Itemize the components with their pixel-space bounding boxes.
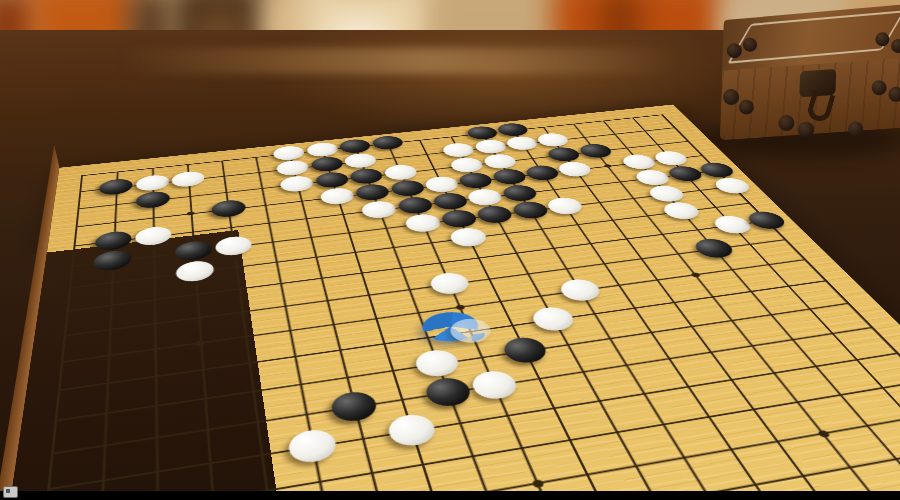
black-stone[interactable] xyxy=(314,171,350,189)
white-stone[interactable] xyxy=(385,412,439,449)
black-stone[interactable] xyxy=(388,179,426,198)
table-highlight xyxy=(120,48,680,74)
star-point xyxy=(455,304,465,310)
wooden-chest[interactable] xyxy=(720,9,900,143)
black-stone[interactable] xyxy=(456,171,495,189)
black-stone[interactable] xyxy=(175,239,213,262)
white-stone[interactable] xyxy=(402,213,443,234)
white-stone[interactable] xyxy=(555,161,595,178)
black-stone[interactable] xyxy=(99,178,133,197)
white-stone[interactable] xyxy=(472,139,509,155)
chest-stud xyxy=(798,121,815,138)
black-stone[interactable] xyxy=(490,168,530,186)
white-stone[interactable] xyxy=(135,225,171,247)
pointer-wedge xyxy=(458,327,487,343)
player-pointer-cursor xyxy=(417,309,483,345)
white-stone[interactable] xyxy=(382,164,419,182)
star-point xyxy=(690,272,701,277)
white-stone[interactable] xyxy=(423,175,462,193)
white-stone[interactable] xyxy=(279,175,315,193)
black-stone[interactable] xyxy=(136,190,170,209)
black-stone[interactable] xyxy=(210,199,246,219)
white-stone[interactable] xyxy=(176,259,215,283)
white-stone[interactable] xyxy=(556,277,605,303)
black-stone[interactable] xyxy=(499,335,551,365)
white-stone[interactable] xyxy=(659,201,704,221)
white-stone[interactable] xyxy=(319,187,357,206)
chest-stud xyxy=(848,121,864,137)
white-stone[interactable] xyxy=(412,348,462,379)
white-stone[interactable] xyxy=(214,235,252,257)
black-stone[interactable] xyxy=(370,135,405,151)
white-stone[interactable] xyxy=(481,153,519,170)
black-stone[interactable] xyxy=(395,195,435,215)
white-stone[interactable] xyxy=(544,196,587,216)
star-point xyxy=(196,340,205,346)
white-stone[interactable] xyxy=(427,271,472,296)
black-stone[interactable] xyxy=(338,138,373,154)
black-stone[interactable] xyxy=(309,156,344,173)
black-stone[interactable] xyxy=(93,249,131,272)
white-stone[interactable] xyxy=(272,145,306,162)
black-stone[interactable] xyxy=(354,183,392,202)
letterbox-bar xyxy=(0,491,900,500)
white-stone[interactable] xyxy=(710,176,754,194)
white-stone[interactable] xyxy=(136,174,169,192)
chest-stud xyxy=(891,39,900,53)
ghost-white-stone[interactable] xyxy=(446,317,495,346)
chat-window-icon[interactable] xyxy=(3,486,18,498)
white-stone[interactable] xyxy=(535,132,573,148)
white-stone[interactable] xyxy=(360,199,399,219)
black-stone[interactable] xyxy=(348,167,385,185)
chest-stud xyxy=(888,87,900,103)
black-stone[interactable] xyxy=(576,143,615,159)
white-stone[interactable] xyxy=(504,135,542,151)
black-stone[interactable] xyxy=(545,146,584,163)
white-stone[interactable] xyxy=(468,368,521,401)
white-stone[interactable] xyxy=(529,305,579,333)
black-stone[interactable] xyxy=(509,200,551,220)
star-point xyxy=(187,211,195,215)
black-stone[interactable] xyxy=(430,191,470,210)
white-stone[interactable] xyxy=(172,170,206,188)
white-stone[interactable] xyxy=(650,150,691,167)
white-stone[interactable] xyxy=(287,427,339,465)
white-stone[interactable] xyxy=(440,142,477,158)
white-stone[interactable] xyxy=(645,184,689,203)
black-stone[interactable] xyxy=(523,164,563,182)
black-stone[interactable] xyxy=(329,389,380,424)
pointer-disc xyxy=(417,309,483,345)
white-stone[interactable] xyxy=(276,159,311,176)
black-stone[interactable] xyxy=(474,204,516,224)
black-stone[interactable] xyxy=(95,230,132,252)
black-stone[interactable] xyxy=(438,208,479,229)
black-stone[interactable] xyxy=(499,184,540,203)
black-stone[interactable] xyxy=(690,237,739,260)
black-stone[interactable] xyxy=(495,122,531,137)
white-stone[interactable] xyxy=(305,141,339,157)
white-stone[interactable] xyxy=(447,227,490,249)
white-stone[interactable] xyxy=(448,156,486,173)
star-point xyxy=(816,430,830,438)
white-stone[interactable] xyxy=(343,152,379,169)
star-point xyxy=(603,164,612,168)
black-stone[interactable] xyxy=(695,161,738,179)
black-stone[interactable] xyxy=(422,375,474,409)
white-stone[interactable] xyxy=(465,187,505,206)
black-stone[interactable] xyxy=(464,125,500,140)
star-point xyxy=(531,479,544,488)
